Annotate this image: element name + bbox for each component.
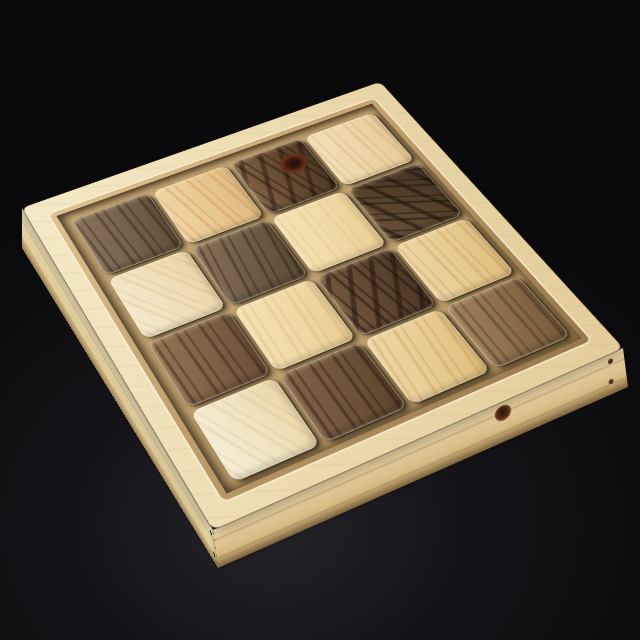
nail-hole	[210, 529, 212, 537]
nail-hole	[608, 378, 613, 385]
tray-top-face	[22, 82, 623, 530]
nail-hole	[608, 358, 613, 365]
wood-knot-icon	[494, 402, 512, 424]
tray-recess	[49, 99, 591, 502]
photo-background	[0, 0, 640, 640]
wood-knot-icon	[274, 149, 315, 177]
